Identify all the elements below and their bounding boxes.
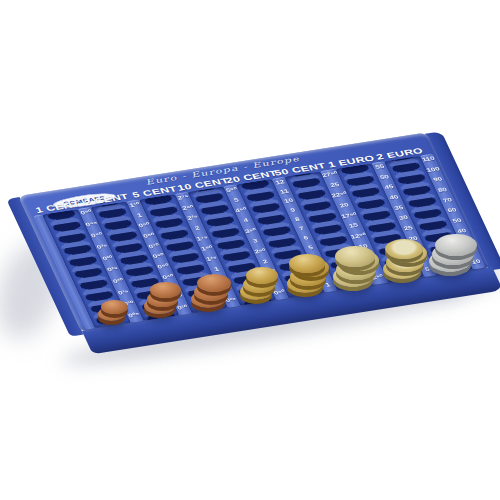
tick-label: 1 bbox=[325, 282, 331, 288]
tick-label: 1 bbox=[213, 267, 219, 273]
tick-label: 0³⁰ bbox=[102, 255, 114, 261]
tick-label: 1¹⁰ bbox=[129, 202, 141, 208]
tick-label: 5 bbox=[307, 245, 313, 251]
tick-label: 10 bbox=[417, 256, 428, 262]
tick-label: 3 bbox=[252, 239, 258, 245]
tick-label: 50 bbox=[452, 218, 463, 224]
coin-sorting-tray: Euro - Europa - Europe COMSAFE 1 CENT0⁵⁰… bbox=[18, 132, 490, 332]
tick-label: 1 bbox=[136, 213, 142, 219]
tick-label: 5 bbox=[370, 264, 376, 270]
tick-label: 2 bbox=[194, 226, 200, 232]
tick-label: 15 bbox=[413, 246, 424, 252]
tick-label: 4 bbox=[312, 254, 318, 260]
tick-label: 60 bbox=[447, 208, 458, 214]
tick-label: 7 bbox=[299, 226, 305, 232]
tick-label: 20 bbox=[408, 236, 419, 242]
column-label-2-euro: 2 EURO bbox=[375, 146, 425, 161]
tick-label: 70 bbox=[442, 197, 453, 203]
tick-label: 2 bbox=[262, 259, 268, 265]
tick-label: 20 bbox=[339, 202, 350, 208]
tick-label: 50 bbox=[379, 174, 390, 180]
tick-label: 10 bbox=[358, 243, 369, 249]
tick-label: 10 bbox=[284, 198, 295, 204]
tick-label: 2 bbox=[320, 273, 326, 279]
tick-label: 7⁵⁰ bbox=[362, 254, 375, 261]
tick-label: 90 bbox=[433, 177, 444, 183]
tick-label: 25 bbox=[403, 225, 414, 231]
tick-label: 0²⁵ bbox=[107, 266, 120, 272]
tick-label: 30 bbox=[461, 238, 472, 244]
tick-label: 110 bbox=[421, 156, 436, 163]
tick-label: 10 bbox=[471, 259, 482, 265]
tick-label: 0¹⁵ bbox=[117, 289, 130, 295]
tick-label: 40 bbox=[457, 228, 468, 234]
tick-label: 0²⁰ bbox=[172, 294, 184, 300]
tick-label: 0³⁰ bbox=[167, 284, 179, 290]
tick-label: 12 bbox=[275, 179, 286, 185]
column-label-1-cent: 1 CENT bbox=[34, 200, 82, 215]
tick-label: 0³⁵ bbox=[96, 244, 109, 250]
tick-label: 80 bbox=[437, 187, 448, 193]
tick-label: 5 bbox=[233, 198, 239, 204]
tick-label: 35 bbox=[394, 205, 405, 211]
tick-label: 9 bbox=[290, 208, 296, 214]
tick-label: 100 bbox=[426, 166, 441, 173]
tick-label: 0⁷⁰ bbox=[148, 243, 161, 249]
tick-label: 20 bbox=[466, 249, 477, 255]
tick-label: 11 bbox=[279, 189, 289, 195]
tick-label: 6 bbox=[303, 236, 309, 242]
tick-label: 30 bbox=[398, 215, 409, 221]
tick-label: 0²⁵ bbox=[225, 297, 238, 303]
tick-label: 55 bbox=[374, 164, 385, 170]
tick-label: 8 bbox=[294, 217, 300, 223]
product-photo-scene: Euro - Europa - Europe COMSAFE 1 CENT0⁵⁰… bbox=[0, 0, 500, 500]
tick-label: 45 bbox=[384, 184, 395, 190]
tick-label: 2⁵⁰ bbox=[371, 274, 384, 281]
tick-label: 1 bbox=[271, 280, 277, 286]
tick-label: 25 bbox=[329, 182, 340, 188]
tick-label: 3 bbox=[316, 264, 322, 270]
tick-label: 0¹⁰ bbox=[177, 305, 189, 311]
tick-label: 5 bbox=[424, 267, 430, 273]
tick-label: 0²⁰ bbox=[112, 278, 124, 284]
tick-label: 0¹⁰ bbox=[123, 301, 135, 307]
tick-label: 2²⁵ bbox=[187, 215, 200, 221]
tick-label: 4 bbox=[243, 218, 249, 224]
tick-label: 40 bbox=[389, 195, 400, 201]
tick-label: 15 bbox=[349, 223, 360, 229]
tick-label: 1²⁵ bbox=[206, 256, 219, 262]
